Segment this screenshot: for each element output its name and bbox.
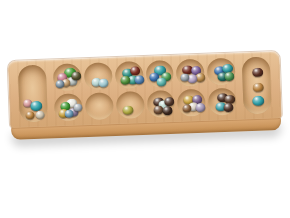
photo-scene: [0, 0, 290, 218]
stone: [164, 97, 174, 106]
pit-south-2[interactable]: [85, 92, 114, 120]
stone: [120, 76, 130, 85]
pit-south-3[interactable]: [116, 91, 145, 119]
pit-south-1[interactable]: [54, 93, 83, 121]
stone: [122, 105, 133, 114]
stone: [252, 82, 263, 91]
board-top: [8, 51, 282, 128]
pit-south-5[interactable]: [177, 89, 206, 117]
left-store: [18, 65, 48, 123]
stone: [99, 79, 109, 88]
stone: [224, 71, 234, 80]
pit-north-5[interactable]: [176, 59, 205, 87]
mancala-board: [8, 51, 283, 140]
stone: [73, 103, 82, 111]
stone: [224, 103, 234, 112]
stone: [36, 111, 45, 119]
stone: [156, 77, 166, 86]
pit-north-4[interactable]: [145, 60, 174, 88]
pit-south-6[interactable]: [208, 88, 237, 116]
stone: [25, 111, 34, 119]
pit-north-2[interactable]: [84, 62, 113, 90]
pit-north-3[interactable]: [114, 61, 143, 89]
pit-north-1[interactable]: [53, 63, 82, 91]
pit-south-4[interactable]: [146, 90, 175, 118]
right-store: [242, 56, 272, 114]
stone: [252, 95, 264, 105]
stone: [64, 109, 73, 117]
stone: [71, 71, 81, 80]
stone: [56, 80, 65, 88]
stone: [195, 103, 205, 112]
stone: [182, 104, 191, 112]
stone: [252, 68, 263, 77]
pit-north-6[interactable]: [207, 58, 236, 86]
stone: [134, 75, 144, 84]
stone: [162, 106, 172, 115]
stone: [180, 73, 189, 81]
stone: [30, 101, 42, 111]
